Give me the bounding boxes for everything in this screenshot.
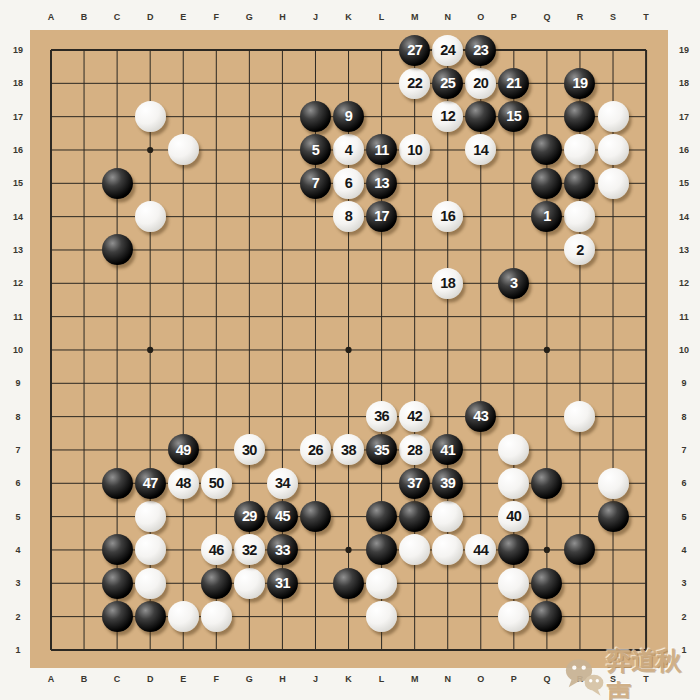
- move-number: 48: [176, 476, 191, 491]
- coord-label: Q: [538, 673, 556, 685]
- stone-white[interactable]: 24: [432, 35, 463, 66]
- stone-black[interactable]: [531, 468, 562, 499]
- coord-label: 1: [6, 644, 30, 656]
- coord-label: B: [75, 673, 93, 685]
- coord-label: H: [273, 11, 291, 23]
- coord-label: R: [571, 673, 589, 685]
- stone-white[interactable]: [135, 568, 166, 599]
- coord-label: 1: [672, 644, 696, 656]
- move-number: 2: [576, 243, 583, 258]
- coord-label: 14: [6, 211, 30, 223]
- coord-label: S: [604, 11, 622, 23]
- move-number: 47: [143, 476, 158, 491]
- stone-black[interactable]: [135, 601, 166, 632]
- coord-label: P: [505, 673, 523, 685]
- move-number: 16: [440, 209, 455, 224]
- coord-label: T: [637, 673, 655, 685]
- move-number: 22: [407, 76, 422, 91]
- coord-label: 10: [672, 344, 696, 356]
- coord-label: 7: [6, 444, 30, 456]
- coord-label: B: [75, 11, 93, 23]
- coord-label: N: [439, 11, 457, 23]
- coord-label: P: [505, 11, 523, 23]
- coord-label: O: [472, 673, 490, 685]
- coord-label: F: [207, 11, 225, 23]
- stone-black[interactable]: [598, 501, 629, 532]
- stone-white[interactable]: [135, 101, 166, 132]
- move-number: 44: [473, 543, 488, 558]
- stone-black[interactable]: [366, 501, 397, 532]
- stone-black[interactable]: 7: [300, 168, 331, 199]
- stone-black[interactable]: 3: [498, 268, 529, 299]
- stone-black[interactable]: [102, 168, 133, 199]
- move-number: 31: [275, 576, 290, 591]
- coord-label: 6: [6, 477, 30, 489]
- coord-label: 19: [6, 44, 30, 56]
- move-number: 43: [473, 409, 488, 424]
- stone-black[interactable]: 29: [234, 501, 265, 532]
- stone-white[interactable]: 34: [267, 468, 298, 499]
- coord-label: J: [306, 11, 324, 23]
- stone-black[interactable]: 31: [267, 568, 298, 599]
- coord-label: C: [108, 11, 126, 23]
- stone-black[interactable]: [102, 601, 133, 632]
- stone-black[interactable]: 13: [366, 168, 397, 199]
- coord-label: 3: [6, 577, 30, 589]
- coord-label: R: [571, 11, 589, 23]
- move-number: 17: [374, 209, 389, 224]
- coord-label: 5: [6, 511, 30, 523]
- stone-black[interactable]: [531, 168, 562, 199]
- move-number: 37: [407, 476, 422, 491]
- coord-label: 3: [672, 577, 696, 589]
- stone-black[interactable]: [102, 234, 133, 265]
- move-number: 13: [374, 176, 389, 191]
- stone-black[interactable]: [102, 468, 133, 499]
- coord-label: S: [604, 673, 622, 685]
- coord-label: A: [42, 11, 60, 23]
- move-number: 42: [407, 409, 422, 424]
- stone-black[interactable]: [300, 101, 331, 132]
- coord-label: H: [273, 673, 291, 685]
- coord-label: 15: [672, 177, 696, 189]
- move-number: 5: [312, 143, 319, 158]
- coord-label: 8: [6, 411, 30, 423]
- coord-label: L: [373, 673, 391, 685]
- stone-white[interactable]: [135, 534, 166, 565]
- coord-label: 16: [672, 144, 696, 156]
- move-number: 35: [374, 443, 389, 458]
- stone-black[interactable]: [300, 501, 331, 532]
- coord-label: 9: [6, 377, 30, 389]
- move-number: 41: [440, 443, 455, 458]
- coord-label: 11: [672, 311, 696, 323]
- move-number: 28: [407, 443, 422, 458]
- move-number: 45: [275, 509, 290, 524]
- coord-label: 13: [6, 244, 30, 256]
- stone-white[interactable]: [234, 568, 265, 599]
- coord-label: Q: [538, 11, 556, 23]
- move-number: 9: [345, 109, 352, 124]
- coord-label: C: [108, 673, 126, 685]
- stone-white[interactable]: 20: [465, 68, 496, 99]
- coord-label: M: [406, 11, 424, 23]
- coord-label: 18: [6, 77, 30, 89]
- move-number: 3: [510, 276, 517, 291]
- stone-white[interactable]: 36: [366, 401, 397, 432]
- move-number: 7: [312, 176, 319, 191]
- move-number: 18: [440, 276, 455, 291]
- coord-label: D: [141, 11, 159, 23]
- move-number: 4: [345, 143, 352, 158]
- stone-white[interactable]: [498, 468, 529, 499]
- coord-label: 2: [672, 611, 696, 623]
- coord-label: K: [340, 673, 358, 685]
- stone-white[interactable]: [598, 101, 629, 132]
- coord-label: 12: [6, 277, 30, 289]
- coord-label: G: [240, 673, 258, 685]
- stone-white[interactable]: 8: [333, 201, 364, 232]
- star-point: [544, 347, 550, 353]
- stone-black[interactable]: 37: [399, 468, 430, 499]
- stone-white[interactable]: [366, 568, 397, 599]
- move-number: 10: [407, 143, 422, 158]
- coord-label: L: [373, 11, 391, 23]
- star-point: [147, 347, 153, 353]
- stone-black[interactable]: 39: [432, 468, 463, 499]
- coord-label: 17: [672, 111, 696, 123]
- stone-black[interactable]: [102, 534, 133, 565]
- stone-white[interactable]: 22: [399, 68, 430, 99]
- stone-black[interactable]: [102, 568, 133, 599]
- move-number: 46: [209, 543, 224, 558]
- stone-white[interactable]: [598, 468, 629, 499]
- go-diagram: 1234567891011121314151617181920212223242…: [0, 0, 700, 700]
- coord-label: T: [637, 11, 655, 23]
- move-number: 15: [506, 109, 521, 124]
- move-number: 8: [345, 209, 352, 224]
- coord-label: 12: [672, 277, 696, 289]
- stone-white[interactable]: [168, 601, 199, 632]
- coord-label: F: [207, 673, 225, 685]
- stone-white[interactable]: 6: [333, 168, 364, 199]
- stone-black[interactable]: 27: [399, 35, 430, 66]
- stone-black[interactable]: 45: [267, 501, 298, 532]
- coord-label: 5: [672, 511, 696, 523]
- coord-label: O: [472, 11, 490, 23]
- move-number: 25: [440, 76, 455, 91]
- stone-black[interactable]: [333, 568, 364, 599]
- coord-label: 18: [672, 77, 696, 89]
- stone-white[interactable]: [135, 201, 166, 232]
- stone-white[interactable]: [201, 601, 232, 632]
- coord-label: 16: [6, 144, 30, 156]
- stone-black[interactable]: [531, 568, 562, 599]
- move-number: 33: [275, 543, 290, 558]
- move-number: 1: [543, 209, 550, 224]
- stone-white[interactable]: 50: [201, 468, 232, 499]
- star-point: [345, 547, 351, 553]
- stone-white[interactable]: 48: [168, 468, 199, 499]
- move-number: 38: [341, 443, 356, 458]
- stone-white[interactable]: [498, 568, 529, 599]
- stone-white[interactable]: [135, 501, 166, 532]
- stone-white[interactable]: [366, 601, 397, 632]
- move-number: 14: [473, 143, 488, 158]
- move-number: 32: [242, 543, 257, 558]
- move-number: 26: [308, 443, 323, 458]
- move-number: 34: [275, 476, 290, 491]
- coord-label: 9: [672, 377, 696, 389]
- coord-label: A: [42, 673, 60, 685]
- move-number: 12: [440, 109, 455, 124]
- coord-label: 6: [672, 477, 696, 489]
- move-number: 30: [242, 443, 257, 458]
- stone-white[interactable]: 18: [432, 268, 463, 299]
- coord-label: 17: [6, 111, 30, 123]
- board[interactable]: 1234567891011121314151617181920212223242…: [30, 30, 668, 668]
- move-number: 27: [407, 43, 422, 58]
- stone-black[interactable]: 25: [432, 68, 463, 99]
- coord-label: 4: [6, 544, 30, 556]
- coord-label: 2: [6, 611, 30, 623]
- move-number: 29: [242, 509, 257, 524]
- move-number: 11: [375, 143, 389, 158]
- move-number: 40: [506, 509, 521, 524]
- coord-label: N: [439, 673, 457, 685]
- coord-label: 4: [672, 544, 696, 556]
- coord-label: E: [174, 11, 192, 23]
- coord-label: 8: [672, 411, 696, 423]
- star-point: [147, 147, 153, 153]
- coord-label: 7: [672, 444, 696, 456]
- move-number: 49: [176, 443, 191, 458]
- coord-label: 10: [6, 344, 30, 356]
- stone-black[interactable]: 23: [465, 35, 496, 66]
- coord-label: M: [406, 673, 424, 685]
- move-number: 6: [345, 176, 352, 191]
- coord-label: 11: [6, 311, 30, 323]
- coord-label: 14: [672, 211, 696, 223]
- coord-label: G: [240, 11, 258, 23]
- move-number: 39: [440, 476, 455, 491]
- move-number: 23: [473, 43, 488, 58]
- stone-white[interactable]: [598, 134, 629, 165]
- stone-black[interactable]: [201, 568, 232, 599]
- coord-label: K: [340, 11, 358, 23]
- coord-label: 19: [672, 44, 696, 56]
- move-number: 50: [209, 476, 224, 491]
- coord-label: J: [306, 673, 324, 685]
- coord-label: E: [174, 673, 192, 685]
- stone-black[interactable]: 49: [168, 434, 199, 465]
- coord-label: D: [141, 673, 159, 685]
- coord-label: 13: [672, 244, 696, 256]
- move-number: 24: [440, 43, 455, 58]
- move-number: 36: [374, 409, 389, 424]
- coord-label: 15: [6, 177, 30, 189]
- star-point: [345, 347, 351, 353]
- star-point: [544, 547, 550, 553]
- move-number: 20: [473, 76, 488, 91]
- stone-black[interactable]: 47: [135, 468, 166, 499]
- move-number: 21: [506, 76, 521, 91]
- stone-white[interactable]: [168, 134, 199, 165]
- stone-black[interactable]: 21: [498, 68, 529, 99]
- stone-white[interactable]: [598, 168, 629, 199]
- stone-black[interactable]: 9: [333, 101, 364, 132]
- move-number: 19: [572, 76, 587, 91]
